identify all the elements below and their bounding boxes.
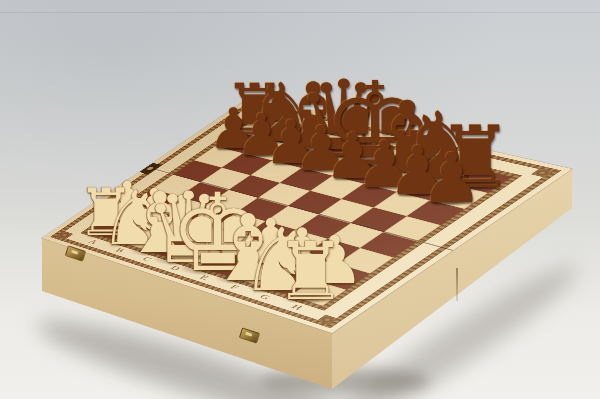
box-fold-seam-side (456, 268, 458, 301)
scene: ABCDEFGH ♜♞♝♛♚♝♞♜♟♟♟♟♟♟♟♟♟♟♟♟♟♟♟♟♜♞♝♛♚♝♞… (0, 0, 600, 399)
